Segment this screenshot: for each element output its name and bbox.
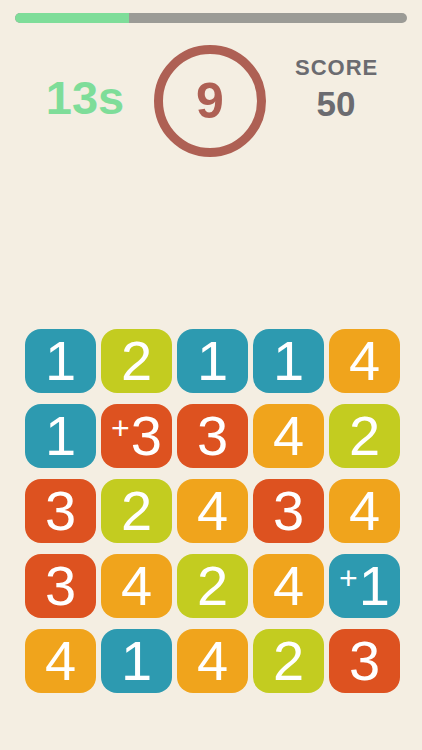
tile-number: 2: [349, 408, 380, 464]
tile-r2c5-2[interactable]: 2: [329, 404, 400, 468]
tile-number: 3: [45, 483, 76, 539]
tile-number: 2: [273, 633, 304, 689]
game-screen: 13s 9 SCORE 50 121141+3342324343424+1414…: [0, 0, 422, 750]
tile-r4c4-4[interactable]: 4: [253, 554, 324, 618]
tile-r3c3-4[interactable]: 4: [177, 479, 248, 543]
tile-r3c5-4[interactable]: 4: [329, 479, 400, 543]
tile-r5c3-4[interactable]: 4: [177, 629, 248, 693]
tile-number: 2: [121, 483, 152, 539]
tile-number: 4: [121, 558, 152, 614]
tile-number: 1: [197, 333, 228, 389]
plus-sign: +: [339, 562, 358, 594]
tile-r1c3-1[interactable]: 1: [177, 329, 248, 393]
tile-r1c5-4[interactable]: 4: [329, 329, 400, 393]
tile-r4c3-2[interactable]: 2: [177, 554, 248, 618]
tile-number: 1: [45, 333, 76, 389]
timer-progress-bar: [15, 13, 407, 23]
plus-sign: +: [111, 412, 130, 444]
tile-number: 3: [197, 408, 228, 464]
score-value: 50: [295, 86, 377, 121]
tile-number: 2: [121, 333, 152, 389]
tile-number: 1: [45, 408, 76, 464]
tile-number: 4: [273, 558, 304, 614]
tile-number: 3: [131, 408, 162, 464]
tile-number: 4: [349, 483, 380, 539]
tile-r4c2-4[interactable]: 4: [101, 554, 172, 618]
tile-r1c2-2[interactable]: 2: [101, 329, 172, 393]
tile-number: 1: [273, 333, 304, 389]
timer-progress-fill: [15, 13, 129, 23]
tile-r2c2-plus3[interactable]: +3: [101, 404, 172, 468]
tile-number: 4: [273, 408, 304, 464]
moves-counter-value: 9: [196, 72, 224, 130]
tile-number: 1: [359, 558, 390, 614]
tile-number: 1: [121, 633, 152, 689]
tile-number: 4: [45, 633, 76, 689]
tile-r2c3-3[interactable]: 3: [177, 404, 248, 468]
tile-number: 3: [45, 558, 76, 614]
tile-number: 4: [349, 333, 380, 389]
tile-r2c4-4[interactable]: 4: [253, 404, 324, 468]
tile-r1c4-1[interactable]: 1: [253, 329, 324, 393]
score-box: SCORE 50: [295, 57, 377, 121]
tile-number: 3: [349, 633, 380, 689]
tile-number: 2: [197, 558, 228, 614]
moves-counter-ring: 9: [154, 45, 266, 157]
tile-r2c1-1[interactable]: 1: [25, 404, 96, 468]
tile-r1c1-1[interactable]: 1: [25, 329, 96, 393]
tile-r5c5-3[interactable]: 3: [329, 629, 400, 693]
board: 121141+3342324343424+141423: [25, 329, 400, 693]
tile-r4c5-plus1[interactable]: +1: [329, 554, 400, 618]
tile-r5c2-1[interactable]: 1: [101, 629, 172, 693]
score-label: SCORE: [295, 57, 377, 79]
tile-r3c4-3[interactable]: 3: [253, 479, 324, 543]
tile-r3c1-3[interactable]: 3: [25, 479, 96, 543]
tile-number: 4: [197, 483, 228, 539]
tile-number: 4: [197, 633, 228, 689]
tile-r5c1-4[interactable]: 4: [25, 629, 96, 693]
timer-text: 13s: [40, 74, 130, 121]
tile-r3c2-2[interactable]: 2: [101, 479, 172, 543]
tile-number: 3: [273, 483, 304, 539]
tile-r5c4-2[interactable]: 2: [253, 629, 324, 693]
tile-r4c1-3[interactable]: 3: [25, 554, 96, 618]
